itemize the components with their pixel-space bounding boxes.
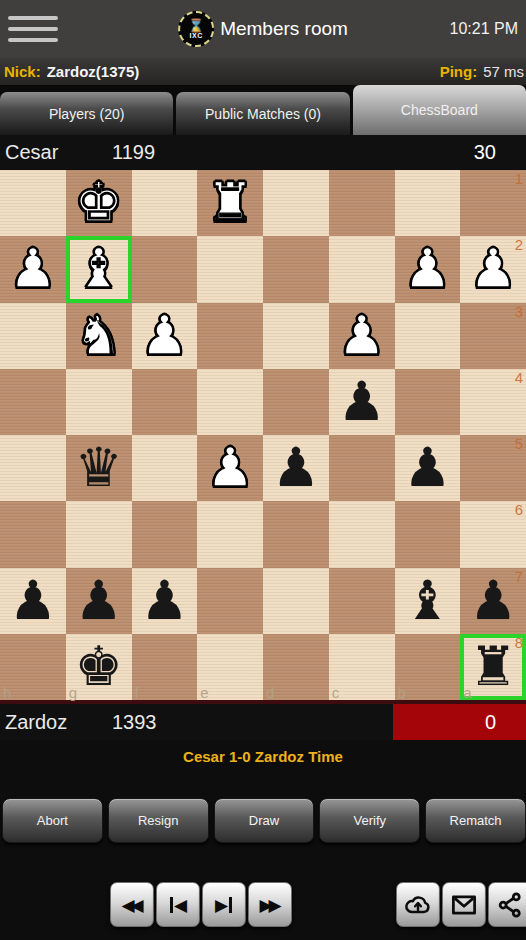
square-g3[interactable]: ♞ [66, 303, 132, 369]
square-f3[interactable]: ♟ [132, 303, 198, 369]
square-c6[interactable] [329, 501, 395, 567]
file-label-c: c [332, 684, 340, 701]
chess-board: ♚♜1♟♝♟♟2♞♟♟3♟4♛♟♟♟56♟♟♟♝♟7h♚gfedcb♜8a [0, 170, 526, 700]
square-d5[interactable]: ♟ [263, 435, 329, 501]
square-c8[interactable]: c [329, 634, 395, 700]
square-a2[interactable]: ♟2 [460, 236, 526, 302]
square-b3[interactable] [395, 303, 461, 369]
step-forward-bar-icon [229, 897, 232, 913]
nick-value: Zardoz(1375) [47, 63, 140, 80]
square-e4[interactable] [197, 369, 263, 435]
opponent-name: Cesar [0, 141, 112, 164]
square-b2[interactable]: ♟ [395, 236, 461, 302]
system-time: 10:21 PM [450, 20, 518, 38]
square-e1[interactable]: ♜ [197, 170, 263, 236]
next-move-button[interactable]: ▶ [202, 882, 246, 927]
menu-icon[interactable] [0, 7, 64, 51]
square-b6[interactable] [395, 501, 461, 567]
square-c2[interactable] [329, 236, 395, 302]
piece-black-king: ♚ [74, 640, 122, 694]
square-a4[interactable]: 4 [460, 369, 526, 435]
action-button-row: Abort Resign Draw Verify Rematch [0, 798, 526, 843]
piece-black-queen: ♛ [74, 441, 122, 495]
square-g8[interactable]: ♚g [66, 634, 132, 700]
rank-label-2: 2 [515, 236, 523, 253]
piece-white-pawn: ♟ [206, 441, 254, 495]
square-b1[interactable] [395, 170, 461, 236]
player-rating: 1393 [112, 711, 393, 734]
opponent-bar: Cesar 1199 30 [0, 135, 526, 170]
square-b7[interactable]: ♝ [395, 568, 461, 634]
status-bar: Nick: Zardoz(1375) Ping: 57 ms [0, 58, 526, 85]
square-h7[interactable]: ♟ [0, 568, 66, 634]
square-h4[interactable] [0, 369, 66, 435]
step-back-bar-icon [170, 897, 173, 913]
rank-label-6: 6 [515, 501, 523, 518]
rank-label-8: 8 [515, 634, 523, 651]
hourglass-icon: ⌛ [188, 19, 204, 32]
square-a8[interactable]: ♜8a [460, 634, 526, 700]
share-button[interactable] [488, 882, 526, 927]
verify-button[interactable]: Verify [319, 798, 420, 843]
square-f2[interactable] [132, 236, 198, 302]
square-a6[interactable]: 6 [460, 501, 526, 567]
rank-label-3: 3 [515, 303, 523, 320]
square-g1[interactable]: ♚ [66, 170, 132, 236]
piece-white-pawn: ♟ [337, 309, 385, 363]
rank-label-1: 1 [515, 170, 523, 187]
square-d3[interactable] [263, 303, 329, 369]
piece-white-pawn: ♟ [140, 309, 188, 363]
piece-white-knight: ♞ [74, 309, 122, 363]
square-e5[interactable]: ♟ [197, 435, 263, 501]
square-h5[interactable] [0, 435, 66, 501]
cloud-upload-icon [403, 890, 433, 920]
first-move-button[interactable]: ◀◀ [110, 882, 154, 927]
piece-white-pawn: ♟ [9, 242, 57, 296]
opponent-clock: 30 [393, 141, 526, 164]
square-b4[interactable] [395, 369, 461, 435]
piece-white-pawn: ♟ [403, 242, 451, 296]
file-label-g: g [69, 684, 77, 701]
app-logo-icon: ⌛ IXC [178, 11, 214, 47]
prev-move-button[interactable]: ◀ [156, 882, 200, 927]
square-g6[interactable] [66, 501, 132, 567]
step-back-icon: ◀ [174, 895, 187, 915]
square-a3[interactable]: 3 [460, 303, 526, 369]
rank-label-5: 5 [515, 435, 523, 452]
square-d2[interactable] [263, 236, 329, 302]
square-e6[interactable] [197, 501, 263, 567]
square-f7[interactable]: ♟ [132, 568, 198, 634]
piece-black-pawn: ♟ [403, 441, 451, 495]
square-f5[interactable] [132, 435, 198, 501]
square-d7[interactable] [263, 568, 329, 634]
player-name: Zardoz [0, 711, 112, 734]
piece-black-pawn: ♟ [272, 441, 320, 495]
square-h8[interactable]: h [0, 634, 66, 700]
piece-white-bishop: ♝ [74, 242, 122, 296]
player-bar: Zardoz 1393 0 [0, 704, 526, 740]
ping-label: Ping: [440, 63, 478, 80]
nick-label: Nick: [4, 63, 41, 80]
square-g4[interactable] [66, 369, 132, 435]
piece-black-pawn: ♟ [140, 574, 188, 628]
title-group: ⌛ IXC Members room [178, 0, 348, 58]
ping-value: 57 ms [483, 63, 524, 80]
square-d8[interactable]: d [263, 634, 329, 700]
piece-black-pawn: ♟ [469, 574, 517, 628]
piece-white-king: ♚ [74, 176, 122, 230]
tab-chessboard[interactable]: ChessBoard [353, 85, 526, 135]
abort-button[interactable]: Abort [2, 798, 103, 843]
cloud-save-button[interactable] [396, 882, 440, 927]
square-f6[interactable] [132, 501, 198, 567]
piece-black-pawn: ♟ [74, 574, 122, 628]
rematch-button[interactable]: Rematch [425, 798, 526, 843]
square-g5[interactable]: ♛ [66, 435, 132, 501]
rank-label-4: 4 [515, 369, 523, 386]
step-forward-icon: ▶ [215, 895, 228, 915]
square-h3[interactable] [0, 303, 66, 369]
square-a7[interactable]: ♟7 [460, 568, 526, 634]
resign-button[interactable]: Resign [108, 798, 209, 843]
bottom-nav-row: ◀◀ ◀ ▶ ▶▶ [0, 880, 526, 930]
page-title: Members room [220, 18, 348, 40]
mail-icon [449, 890, 479, 920]
square-c3[interactable]: ♟ [329, 303, 395, 369]
rank-label-7: 7 [515, 568, 523, 585]
square-d1[interactable] [263, 170, 329, 236]
square-a5[interactable]: 5 [460, 435, 526, 501]
tab-bar: Players (20) Public Matches (0) ChessBoa… [0, 85, 526, 135]
square-h1[interactable] [0, 170, 66, 236]
square-b5[interactable]: ♟ [395, 435, 461, 501]
last-move-button[interactable]: ▶▶ [248, 882, 292, 927]
square-g2[interactable]: ♝ [66, 236, 132, 302]
result-text: Cesar 1-0 Zardoz Time [0, 740, 526, 772]
fast-forward-icon: ▶▶ [259, 895, 277, 915]
square-d4[interactable] [263, 369, 329, 435]
rewind-icon: ◀◀ [121, 895, 139, 915]
file-label-f: f [135, 684, 139, 701]
square-c4[interactable]: ♟ [329, 369, 395, 435]
piece-white-rook: ♜ [206, 176, 254, 230]
square-c7[interactable] [329, 568, 395, 634]
square-e3[interactable] [197, 303, 263, 369]
square-e7[interactable] [197, 568, 263, 634]
square-f8[interactable]: f [132, 634, 198, 700]
square-h2[interactable]: ♟ [0, 236, 66, 302]
square-c1[interactable] [329, 170, 395, 236]
square-f1[interactable] [132, 170, 198, 236]
piece-black-bishop: ♝ [403, 574, 451, 628]
square-a1[interactable]: 1 [460, 170, 526, 236]
square-c5[interactable] [329, 435, 395, 501]
piece-black-pawn: ♟ [9, 574, 57, 628]
square-h6[interactable] [0, 501, 66, 567]
message-button[interactable] [442, 882, 486, 927]
share-icon [495, 890, 525, 920]
file-label-a: a [463, 684, 471, 701]
top-bar: ⌛ IXC Members room 10:21 PM [0, 0, 526, 58]
side-button-group [396, 882, 526, 927]
app-window: ⌛ IXC Members room 10:21 PM Nick: Zardoz… [0, 0, 526, 940]
file-label-b: b [398, 684, 406, 701]
file-label-e: e [200, 684, 208, 701]
piece-black-pawn: ♟ [337, 375, 385, 429]
opponent-rating: 1199 [112, 141, 393, 164]
move-nav-group: ◀◀ ◀ ▶ ▶▶ [110, 882, 292, 927]
file-label-d: d [266, 684, 274, 701]
square-b8[interactable]: b [395, 634, 461, 700]
tab-public-matches[interactable]: Public Matches (0) [176, 92, 349, 135]
square-e8[interactable]: e [197, 634, 263, 700]
square-f4[interactable] [132, 369, 198, 435]
square-e2[interactable] [197, 236, 263, 302]
piece-white-pawn: ♟ [469, 242, 517, 296]
player-clock: 0 [393, 704, 526, 740]
draw-button[interactable]: Draw [214, 798, 315, 843]
tab-players[interactable]: Players (20) [0, 92, 173, 135]
piece-black-rook: ♜ [469, 640, 517, 694]
square-d6[interactable] [263, 501, 329, 567]
square-g7[interactable]: ♟ [66, 568, 132, 634]
file-label-h: h [3, 684, 11, 701]
